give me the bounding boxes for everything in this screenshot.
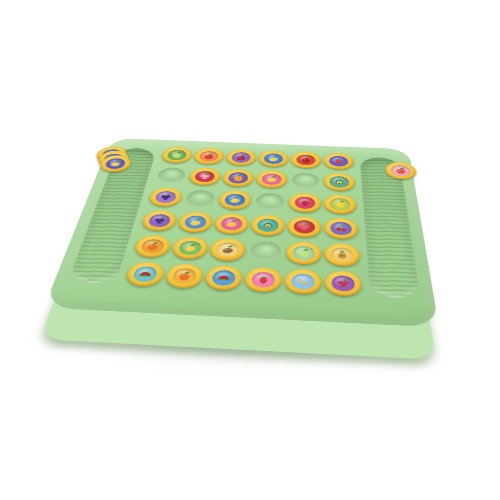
token-face-lemon [263,153,283,164]
token-strawberry[interactable] [323,152,354,170]
cell-r2c6[interactable] [322,170,357,193]
cell-r5c1[interactable] [130,232,174,260]
cell-r4c1[interactable] [138,208,180,234]
token-face-plum [231,152,251,163]
token-strawberry[interactable] [288,192,321,212]
cell-r2c4[interactable] [253,168,288,191]
token-face-lemon [177,240,202,255]
token-face-pineapple [330,247,353,262]
product-photo-scene [0,0,500,500]
perspective-wrapper [0,0,500,500]
empty-dimple [291,172,319,189]
cell-r1c4[interactable] [256,148,290,169]
token-face-cherries [330,221,352,235]
cell-r6c5[interactable] [282,266,323,298]
token-watermelon[interactable] [124,261,166,287]
left-token-stack[interactable] [86,146,153,183]
cell-r1c1[interactable] [158,145,195,166]
cell-r3c4[interactable] [251,189,288,213]
token-banana[interactable] [284,268,321,294]
token-face-watermelon [131,266,158,282]
token-face-banana [291,273,315,290]
token-watermelon[interactable] [203,265,243,291]
token-face-watermelon [211,269,236,286]
cell-r1c6[interactable] [322,151,355,172]
token-yellow-apple[interactable] [323,194,356,214]
token-face-yellow-apple [329,197,350,210]
token-face-strawberry [251,271,275,288]
cell-r6c2[interactable] [161,260,206,291]
cell-r2c1[interactable] [152,164,191,186]
cell-r6c4[interactable] [241,264,283,295]
token-grapes[interactable] [147,187,184,207]
cell-r5c6[interactable] [322,240,361,269]
token-face-lemon [183,215,207,229]
token-face-green-apple [166,149,187,160]
token-lemon[interactable] [257,150,288,167]
board-grid [121,145,364,300]
cell-r3c1[interactable] [145,185,185,209]
token-face-strawberry [294,196,315,209]
cell-r3c6[interactable] [322,192,358,217]
token-face-mango [220,216,243,230]
game-board [44,138,439,327]
cell-r1c2[interactable] [190,146,226,167]
token-raspberry[interactable] [287,216,321,238]
cell-r5c2[interactable] [168,234,211,263]
token-lime[interactable] [285,241,321,265]
token-face-persimmon [140,238,165,253]
cell-r5c5[interactable] [284,238,323,267]
cell-r2c3[interactable] [219,167,256,190]
token-green-apple[interactable] [160,146,194,163]
token-lemon[interactable] [170,236,209,260]
token-face-lemon [261,173,282,185]
right-rail-token[interactable] [384,162,425,184]
token-plum[interactable] [225,149,257,166]
token-face-raspberry [331,275,355,292]
token-avocado[interactable] [323,172,355,191]
token-lemon[interactable] [176,211,213,233]
token-face-orange [171,267,197,283]
token-kiwi[interactable] [208,238,246,262]
token-grapes[interactable] [140,210,178,232]
token-pineapple[interactable] [324,242,360,266]
cell-r1c3[interactable] [223,147,258,168]
cell-r4c5[interactable] [285,213,322,240]
token-persimmon[interactable] [132,234,172,258]
empty-dimple [255,192,285,210]
cell-r4c4[interactable] [248,212,286,238]
token-face-blossom [193,170,215,182]
token-face-lime [292,245,315,260]
token-peach[interactable] [384,162,417,180]
token-cherries[interactable] [324,217,358,239]
cell-r2c5[interactable] [288,169,322,192]
cell-r1c5[interactable] [289,149,322,170]
token-red-apple[interactable] [290,151,320,169]
token-orange[interactable] [163,263,204,289]
token-blossom[interactable] [187,167,221,186]
empty-dimple [156,167,187,183]
cell-r3c5[interactable] [286,190,322,215]
cell-r3c2[interactable] [180,186,219,210]
empty-dimple [249,241,281,262]
token-face-orange [227,172,248,184]
token-red-apple[interactable] [192,147,225,164]
cell-r4c2[interactable] [174,209,215,235]
token-face-peach [390,165,411,177]
token-strawberry[interactable] [243,266,281,292]
token-face-red-apple [198,151,219,162]
empty-dimple [184,189,215,207]
token-face-red-apple [296,154,315,165]
cell-r4c6[interactable] [322,215,360,242]
token-lemon[interactable] [255,170,287,189]
token-face-kiwi [215,242,239,257]
cell-r6c3[interactable] [201,262,245,293]
token-lemon[interactable] [217,190,252,210]
token-mango[interactable] [213,213,249,235]
token-raspberry[interactable] [324,270,362,296]
token-face-grapes [147,213,171,227]
token-face-avocado [329,176,349,188]
cell-r2c2[interactable] [185,165,223,187]
cell-r3c3[interactable] [215,188,253,212]
cell-r6c6[interactable] [322,267,363,299]
cell-r5c3[interactable] [206,235,248,264]
token-face-avocado [256,218,278,232]
token-face-lemon [224,193,246,206]
cell-r4c3[interactable] [211,210,251,236]
token-orange[interactable] [221,168,254,187]
token-face-raspberry [293,220,315,234]
token-face-grapes [154,190,177,203]
cell-r5c4[interactable] [245,237,285,266]
token-face-strawberry [329,155,348,166]
token-face-lemon [104,158,127,169]
token-avocado[interactable] [250,214,285,236]
